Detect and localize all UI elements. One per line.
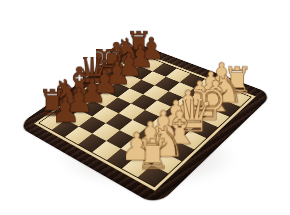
- piece-white-r-a1[interactable]: ♜: [142, 132, 164, 175]
- chess-set-photo: ♜♞♝♛♚♝♞♜♟♟♟♟♟♟♟♟♟♟♟♟♟♟♟♟♜♞♝♛♚♝♞♜: [0, 0, 290, 215]
- piece-black-p-a7[interactable]: ♟: [56, 90, 75, 128]
